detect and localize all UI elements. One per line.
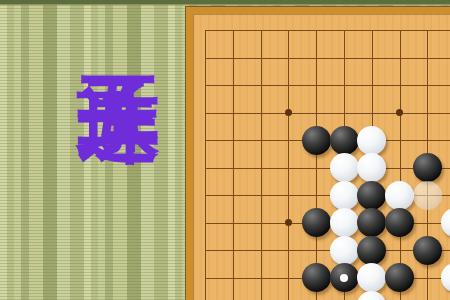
stone-black	[385, 208, 414, 237]
stone-black	[330, 263, 359, 292]
stone-black	[302, 263, 331, 292]
stone-white	[330, 181, 359, 210]
board-grid-hline	[205, 85, 450, 86]
board-grid-vline	[400, 30, 401, 300]
gomoku-app-window: 五子连珠	[0, 0, 450, 300]
board-grid-vline	[261, 30, 262, 300]
board-grid-hline	[205, 58, 450, 59]
star-point-icon	[285, 219, 292, 226]
stone-white	[357, 126, 386, 155]
stone-black	[357, 236, 386, 265]
stone-white	[330, 153, 359, 182]
stone-black	[302, 208, 331, 237]
stone-black	[330, 126, 359, 155]
stone-white	[330, 236, 359, 265]
board-grid-hline	[205, 30, 450, 31]
stone-white	[385, 181, 414, 210]
board-grid-vline	[288, 30, 289, 300]
tatami-edge	[0, 0, 450, 5]
star-point-icon	[285, 109, 292, 116]
stone-black	[357, 181, 386, 210]
board-grid-vline	[233, 30, 234, 300]
board-grid-vline	[205, 30, 206, 300]
last-move-marker	[340, 274, 348, 282]
stone-black	[413, 153, 442, 182]
stone-white	[330, 208, 359, 237]
stone-black	[302, 126, 331, 155]
stone-black	[413, 236, 442, 265]
ghost-stone-preview[interactable]	[413, 181, 442, 210]
game-title-vertical: 五子连珠	[72, 12, 167, 300]
board-grid-vline	[316, 30, 317, 300]
board-grid-hline	[205, 113, 450, 114]
stone-black	[385, 263, 414, 292]
